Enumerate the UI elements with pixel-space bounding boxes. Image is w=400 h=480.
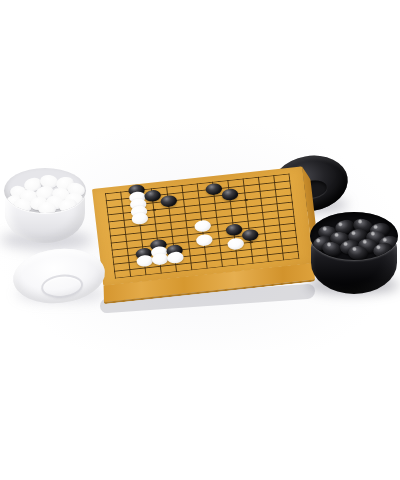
go-set-product-photo [0, 0, 400, 480]
black-bowl-opening [310, 212, 398, 260]
black-stone-bowl [310, 212, 398, 294]
black-lid-center-recess [297, 178, 329, 200]
white-stone-bowl [4, 168, 90, 246]
white-lid-center-ring [40, 273, 84, 300]
white-bowl-opening [4, 168, 86, 213]
